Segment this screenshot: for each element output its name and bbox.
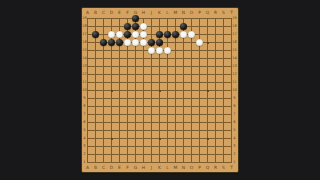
- white-stone: [108, 31, 115, 38]
- coord-label-bottom-G: G: [134, 165, 137, 169]
- coord-label-bottom-O: O: [190, 165, 193, 169]
- grid-line: [191, 18, 192, 163]
- coord-label-right-11: 11: [232, 81, 237, 85]
- coord-label-top-H: H: [142, 10, 145, 14]
- black-stone: [124, 23, 131, 30]
- coord-label-top-L: L: [166, 10, 168, 14]
- grid-line: [183, 18, 184, 163]
- coord-label-top-D: D: [110, 10, 113, 14]
- coord-label-bottom-K: K: [158, 165, 161, 169]
- coord-label-left-4: 4: [83, 137, 85, 141]
- coord-label-right-1: 1: [233, 161, 235, 165]
- coord-label-bottom-J: J: [151, 165, 152, 169]
- black-stone: [156, 31, 163, 38]
- coord-label-top-B: B: [94, 10, 97, 14]
- black-stone: [100, 39, 107, 46]
- coord-label-right-13: 13: [232, 65, 237, 69]
- white-stone: [164, 47, 171, 54]
- coord-label-top-Q: Q: [206, 10, 209, 14]
- coord-label-top-C: C: [102, 10, 105, 14]
- coord-label-top-O: O: [190, 10, 193, 14]
- coord-label-right-10: 10: [232, 89, 237, 93]
- coord-label-top-S: S: [222, 10, 225, 14]
- white-stone: [116, 31, 123, 38]
- white-stone: [132, 39, 139, 46]
- grid-line: [87, 122, 232, 123]
- coord-label-bottom-D: D: [110, 165, 113, 169]
- coord-label-right-18: 18: [232, 25, 237, 29]
- coord-label-right-9: 9: [233, 97, 235, 101]
- coord-label-left-3: 3: [83, 145, 85, 149]
- coord-label-left-7: 7: [83, 113, 85, 117]
- coord-label-left-2: 2: [83, 153, 85, 157]
- black-stone: [124, 31, 131, 38]
- hoshi-dot: [207, 42, 209, 44]
- app-background: ABCDEFGHJKLMNOPQRST ABCDEFGHJKLMNOPQRST …: [0, 0, 320, 180]
- coord-label-left-8: 8: [83, 105, 85, 109]
- grid-line: [223, 18, 224, 163]
- black-stone: [108, 39, 115, 46]
- white-stone: [132, 31, 139, 38]
- grid-line: [87, 98, 232, 99]
- coord-label-bottom-P: P: [198, 165, 201, 169]
- coord-label-right-12: 12: [232, 73, 237, 77]
- grid-line: [87, 154, 232, 155]
- coord-label-bottom-S: S: [222, 165, 225, 169]
- white-stone: [180, 31, 187, 38]
- coord-label-top-M: M: [174, 10, 178, 14]
- coord-label-right-8: 8: [233, 105, 235, 109]
- coord-label-top-K: K: [158, 10, 161, 14]
- coord-label-right-4: 4: [233, 137, 235, 141]
- hoshi-dot: [111, 90, 113, 92]
- grid-line: [87, 114, 232, 115]
- hoshi-dot: [159, 90, 161, 92]
- coord-label-top-T: T: [230, 10, 233, 14]
- coord-label-top-P: P: [198, 10, 201, 14]
- black-stone: [180, 23, 187, 30]
- coord-label-bottom-T: T: [230, 165, 233, 169]
- white-stone: [188, 31, 195, 38]
- coord-label-bottom-L: L: [166, 165, 168, 169]
- go-board[interactable]: ABCDEFGHJKLMNOPQRST ABCDEFGHJKLMNOPQRST …: [82, 8, 238, 172]
- white-stone: [140, 39, 147, 46]
- grid-line: [231, 18, 232, 163]
- black-stone: [172, 31, 179, 38]
- coord-label-left-5: 5: [83, 129, 85, 133]
- coord-label-right-5: 5: [233, 129, 235, 133]
- grid-line: [87, 146, 232, 147]
- coord-label-right-16: 16: [232, 41, 237, 45]
- black-stone: [92, 31, 99, 38]
- coord-label-right-19: 19: [232, 17, 237, 21]
- coord-label-right-7: 7: [233, 113, 235, 117]
- board-grid[interactable]: [87, 18, 232, 163]
- coord-label-bottom-R: R: [214, 165, 217, 169]
- coord-label-top-F: F: [126, 10, 129, 14]
- coord-label-right-3: 3: [233, 145, 235, 149]
- coord-label-left-6: 6: [83, 121, 85, 125]
- coord-label-right-14: 14: [232, 57, 237, 61]
- grid-line: [175, 18, 176, 163]
- hoshi-dot: [207, 90, 209, 92]
- white-stone: [196, 39, 203, 46]
- hoshi-dot: [159, 138, 161, 140]
- coord-label-right-17: 17: [232, 33, 237, 37]
- coord-label-right-2: 2: [233, 153, 235, 157]
- hoshi-dot: [111, 138, 113, 140]
- hoshi-dot: [207, 138, 209, 140]
- coord-label-bottom-C: C: [102, 165, 105, 169]
- black-stone: [132, 23, 139, 30]
- coord-label-right-6: 6: [233, 121, 235, 125]
- white-stone: [140, 23, 147, 30]
- coord-label-top-N: N: [182, 10, 185, 14]
- coord-label-bottom-Q: Q: [206, 165, 209, 169]
- coord-label-top-J: J: [151, 10, 152, 14]
- coord-label-left-1: 1: [83, 161, 85, 165]
- white-stone: [140, 31, 147, 38]
- black-stone: [148, 39, 155, 46]
- black-stone: [116, 39, 123, 46]
- grid-line: [87, 106, 232, 107]
- white-stone: [156, 47, 163, 54]
- black-stone: [164, 31, 171, 38]
- coord-label-right-15: 15: [232, 49, 237, 53]
- coord-label-bottom-A: A: [86, 165, 89, 169]
- grid-line: [87, 130, 232, 131]
- coord-label-bottom-E: E: [118, 165, 121, 169]
- coord-label-bottom-F: F: [126, 165, 129, 169]
- grid-line: [215, 18, 216, 163]
- white-stone: [124, 39, 131, 46]
- white-stone: [148, 47, 155, 54]
- coord-label-bottom-M: M: [174, 165, 178, 169]
- coord-label-bottom-B: B: [94, 165, 97, 169]
- coord-label-bottom-H: H: [142, 165, 145, 169]
- grid-line: [167, 18, 168, 163]
- coord-label-top-R: R: [214, 10, 217, 14]
- black-stone: [132, 15, 139, 22]
- coord-label-top-A: A: [86, 10, 89, 14]
- coord-label-left-9: 9: [83, 97, 85, 101]
- coord-label-top-E: E: [118, 10, 121, 14]
- black-stone: [156, 39, 163, 46]
- grid-line: [87, 162, 232, 163]
- coord-label-bottom-N: N: [182, 165, 185, 169]
